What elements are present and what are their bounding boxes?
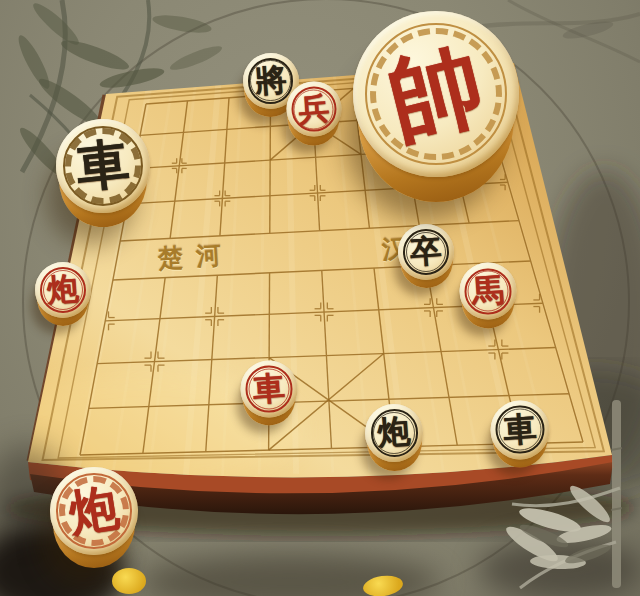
- piece-black-chariot[interactable]: 車: [56, 119, 150, 213]
- piece-glyph: 炮: [33, 260, 93, 320]
- piece-glow: [112, 568, 146, 594]
- piece-black-cannon[interactable]: 炮: [365, 404, 423, 462]
- piece-glyph: 車: [238, 358, 299, 419]
- piece-red-cannon[interactable]: 炮: [35, 262, 91, 318]
- piece-red-chariot[interactable]: 車: [240, 360, 297, 417]
- piece-red-general[interactable]: 帥: [353, 11, 519, 177]
- piece-black-soldier[interactable]: 卒: [398, 224, 454, 280]
- piece-face: 車: [56, 119, 150, 213]
- piece-glyph: 炮: [363, 402, 425, 464]
- piece-red-horse[interactable]: 馬: [460, 263, 517, 320]
- piece-face: 馬: [460, 263, 517, 320]
- piece-face: 兵: [286, 82, 341, 137]
- piece-red-cannon[interactable]: 炮: [50, 467, 138, 555]
- piece-face: 車: [240, 360, 297, 417]
- piece-red-soldier[interactable]: 兵: [286, 82, 341, 137]
- piece-face: 炮: [50, 467, 138, 555]
- piece-face: 卒: [398, 224, 454, 280]
- xiangqi-splash-scene: 楚河 汉界 將兵卒馬炮車炮車車帥炮: [0, 0, 640, 596]
- river-text-chu-he: 楚河: [157, 238, 235, 275]
- piece-glyph: 車: [51, 114, 154, 217]
- bamboo-bottom-right-decoration: [492, 392, 640, 596]
- piece-glyph: 炮: [44, 461, 145, 562]
- piece-glyph: 卒: [396, 222, 456, 282]
- piece-face: 帥: [353, 11, 519, 177]
- piece-glyph: 帥: [335, 0, 536, 195]
- piece-glyph: 馬: [458, 261, 519, 322]
- piece-face: 炮: [35, 262, 91, 318]
- piece-glyph: 兵: [284, 80, 343, 139]
- piece-face: 炮: [365, 404, 423, 462]
